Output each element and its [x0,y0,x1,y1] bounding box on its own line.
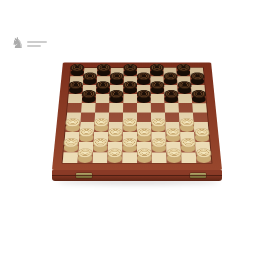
square-r7c7[interactable] [151,122,165,132]
light-man[interactable] [94,118,108,126]
dark-man[interactable] [97,64,110,71]
square-r4c8[interactable] [164,94,178,103]
square-r5c9[interactable] [178,103,192,112]
dark-man[interactable] [150,64,163,71]
dark-man[interactable] [137,73,150,80]
square-r3c5[interactable] [123,85,137,94]
square-r3c9[interactable] [177,85,191,94]
board-surface [52,62,222,170]
light-man[interactable] [181,138,196,147]
dark-man[interactable] [191,73,205,80]
light-man[interactable] [151,118,165,126]
square-r6c8[interactable] [165,113,179,123]
dark-man[interactable] [69,81,83,89]
light-man[interactable] [180,118,194,126]
dark-man[interactable] [192,90,206,98]
square-r4c7[interactable] [151,94,165,103]
square-r10c1[interactable] [63,152,79,163]
square-r10c4[interactable] [107,152,122,163]
square-r9c9[interactable] [181,142,196,152]
square-r10c6[interactable] [137,152,152,163]
square-r7c9[interactable] [179,122,194,132]
square-r4c1[interactable] [68,94,82,103]
square-r2c2[interactable] [83,76,97,85]
square-r2c6[interactable] [137,76,150,85]
square-r4c2[interactable] [82,94,96,103]
dark-man[interactable] [137,90,150,98]
light-man[interactable] [108,128,122,137]
square-r8c2[interactable] [79,132,94,142]
light-man[interactable] [64,138,79,147]
square-r4c4[interactable] [109,94,123,103]
light-man[interactable] [93,138,108,147]
square-r2c10[interactable] [190,76,204,85]
product-photo-scene: ♞ [0,0,256,256]
light-man[interactable] [123,118,137,126]
square-r3c7[interactable] [150,85,164,94]
square-r10c5[interactable] [122,152,137,163]
dark-man[interactable] [178,81,192,89]
square-r3c1[interactable] [69,85,83,94]
light-man[interactable] [152,138,166,147]
dark-man[interactable] [124,81,137,89]
square-r9c3[interactable] [93,142,108,152]
square-r5c8[interactable] [165,103,179,112]
square-r4c9[interactable] [178,94,192,103]
light-man[interactable] [166,128,180,137]
light-man[interactable] [107,149,122,158]
square-r6c6[interactable] [137,113,151,123]
light-man[interactable] [122,138,136,147]
square-r8c10[interactable] [194,132,209,142]
square-r5c7[interactable] [151,103,165,112]
dark-man[interactable] [165,90,179,98]
brass-hinge-left [76,173,92,178]
square-r4c6[interactable] [137,94,151,103]
board-front-edge [52,170,222,181]
dark-man[interactable] [96,81,110,89]
square-r1c1[interactable] [70,68,84,77]
dark-man[interactable] [82,90,96,98]
square-r5c1[interactable] [67,103,82,112]
square-r4c3[interactable] [96,94,110,103]
square-r8c6[interactable] [137,132,152,142]
square-r1c3[interactable] [97,68,111,77]
checkers-board-assembly [0,0,256,256]
dark-man[interactable] [124,64,137,71]
square-r5c6[interactable] [137,103,151,112]
dark-man[interactable] [70,64,84,71]
square-r10c3[interactable] [92,152,107,163]
square-r6c10[interactable] [193,113,208,123]
brass-hinge-right [190,173,206,178]
square-r7c5[interactable] [123,122,137,132]
dark-man[interactable] [151,81,164,89]
square-r1c5[interactable] [124,68,137,77]
square-r10c10[interactable] [196,152,212,163]
square-r7c1[interactable] [65,122,80,132]
square-r9c5[interactable] [122,142,137,152]
board-grid [63,68,212,163]
square-r1c7[interactable] [150,68,163,77]
square-r1c9[interactable] [177,68,191,77]
dark-man[interactable] [177,64,190,71]
square-r3c3[interactable] [96,85,110,94]
dark-man[interactable] [164,73,177,80]
light-man[interactable] [137,128,151,137]
square-r6c4[interactable] [109,113,123,123]
square-r10c7[interactable] [152,152,167,163]
dark-man[interactable] [110,73,123,80]
light-man[interactable] [78,149,93,158]
square-r4c5[interactable] [123,94,137,103]
square-r2c4[interactable] [110,76,124,85]
square-r5c3[interactable] [95,103,109,112]
square-r4c10[interactable] [192,94,206,103]
dark-man[interactable] [83,73,97,80]
square-r9c7[interactable] [152,142,167,152]
light-man[interactable] [195,128,210,137]
square-r6c2[interactable] [80,113,95,123]
square-r5c10[interactable] [192,103,207,112]
light-man[interactable] [137,149,152,158]
square-r5c2[interactable] [81,103,95,112]
light-man[interactable] [79,128,94,137]
square-r7c3[interactable] [94,122,109,132]
square-r10c8[interactable] [166,152,181,163]
square-r5c4[interactable] [109,103,123,112]
square-r10c9[interactable] [181,152,196,163]
square-r10c2[interactable] [78,152,93,163]
light-man[interactable] [65,118,80,126]
light-man[interactable] [196,149,211,158]
light-man[interactable] [167,149,182,158]
square-r2c8[interactable] [164,76,178,85]
square-r9c1[interactable] [64,142,79,152]
square-r8c4[interactable] [108,132,123,142]
dark-man[interactable] [110,90,124,98]
square-r8c8[interactable] [166,132,181,142]
square-r5c5[interactable] [123,103,137,112]
